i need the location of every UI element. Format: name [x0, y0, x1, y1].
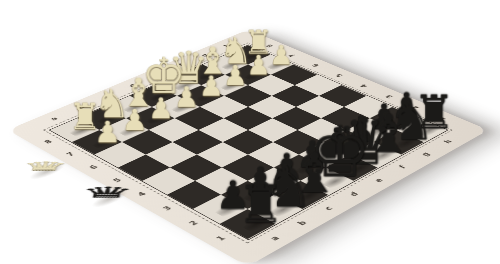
board-grid: ♜♞♝♚♛♝♞♜♟♟♟♟♟♟♟♟♟♟♟♟♟♟♟♟♜♞♝♚♛♝♞♜: [50, 45, 446, 239]
square-d5: [199, 118, 248, 142]
file-label-bottom-h: h: [442, 139, 453, 144]
rank-label-left-1: 1: [215, 235, 227, 242]
rank-label-left-7: 7: [65, 151, 76, 157]
piece-white-pawn-h7: ♟: [269, 42, 293, 69]
piece-black-extra-queen: ♛: [78, 185, 135, 200]
chess-board-3d: ♜♞♝♚♛♝♞♜♟♟♟♟♟♟♟♟♟♟♟♟♟♟♟♟♜♞♝♚♛♝♞♜ aa11bb2…: [8, 29, 489, 264]
piece-white-extra-queen: ♛: [20, 160, 70, 172]
file-label-bottom-c: c: [323, 205, 334, 211]
file-label-bottom-e: e: [373, 177, 385, 183]
piece-white-pawn-f7: ♟: [223, 62, 248, 89]
product-photo-stage: ♜♞♝♚♛♝♞♜♟♟♟♟♟♟♟♟♟♟♟♟♟♟♟♟♜♞♝♚♛♝♞♜ aa11bb2…: [0, 0, 500, 264]
piece-white-pawn-a7: ♟: [94, 118, 121, 148]
piece-black-rook-a1: ♜: [237, 178, 284, 230]
rank-label-left-6: 6: [88, 164, 99, 170]
piece-white-pawn-b7: ♟: [121, 106, 147, 135]
rank-label-left-4: 4: [136, 191, 148, 197]
rank-label-right-6: 6: [310, 63, 320, 67]
board-mat: ♜♞♝♚♛♝♞♜♟♟♟♟♟♟♟♟♟♟♟♟♟♟♟♟♜♞♝♚♛♝♞♜ aa11bb2…: [8, 29, 489, 264]
file-label-bottom-b: b: [296, 220, 308, 227]
rank-label-right-5: 5: [334, 73, 344, 77]
piece-white-pawn-e7: ♟: [199, 73, 224, 101]
file-label-bottom-d: d: [348, 191, 360, 197]
piece-white-pawn-d7: ♟: [174, 84, 199, 112]
file-label-bottom-a: a: [269, 235, 281, 242]
square-g5: [272, 85, 319, 107]
piece-white-pawn-g7: ♟: [246, 52, 270, 79]
rank-label-left-3: 3: [161, 205, 173, 211]
rank-label-left-2: 2: [187, 220, 199, 227]
square-e4: [248, 118, 297, 142]
file-label-top-a: a: [49, 116, 59, 121]
rank-label-left-5: 5: [111, 177, 122, 183]
piece-white-pawn-c7: ♟: [148, 95, 174, 124]
file-label-bottom-g: g: [420, 151, 431, 157]
file-label-bottom-f: f: [398, 165, 408, 170]
rank-label-left-8: 8: [43, 139, 54, 144]
square-a8: ♜: [50, 118, 99, 142]
rank-label-right-4: 4: [359, 83, 369, 88]
